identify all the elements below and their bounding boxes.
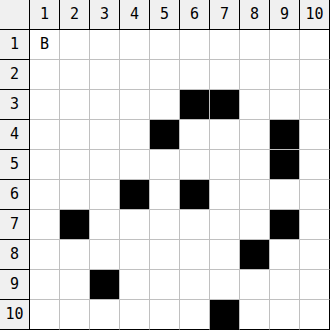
row-header-5: 5 (0, 150, 30, 180)
cell-r9c2[interactable] (60, 270, 90, 300)
cell-r3c9[interactable] (270, 90, 300, 120)
cell-r8c9[interactable] (270, 240, 300, 270)
cell-r7c7[interactable] (210, 210, 240, 240)
cell-r9c6[interactable] (180, 270, 210, 300)
cell-r8c2[interactable] (60, 240, 90, 270)
cell-r7c4[interactable] (120, 210, 150, 240)
cell-r2c4[interactable] (120, 60, 150, 90)
cell-r3c1[interactable] (30, 90, 60, 120)
cell-r6c2[interactable] (60, 180, 90, 210)
cell-r2c8[interactable] (240, 60, 270, 90)
cell-r2c9[interactable] (270, 60, 300, 90)
cell-r10c6[interactable] (180, 300, 210, 330)
cell-r5c4[interactable] (120, 150, 150, 180)
cell-r5c6[interactable] (180, 150, 210, 180)
cell-r3c5[interactable] (150, 90, 180, 120)
cell-r10c3[interactable] (90, 300, 120, 330)
cell-r6c8[interactable] (240, 180, 270, 210)
black-cell-r4c9[interactable] (270, 120, 300, 150)
black-cell-r10c7[interactable] (210, 300, 240, 330)
cell-r1c2[interactable] (60, 30, 90, 60)
cell-r4c3[interactable] (90, 120, 120, 150)
cell-r3c2[interactable] (60, 90, 90, 120)
col-header-1: 1 (30, 0, 60, 30)
cell-r2c2[interactable] (60, 60, 90, 90)
cell-r7c8[interactable] (240, 210, 270, 240)
row-header-10: 10 (0, 300, 30, 330)
cell-r5c1[interactable] (30, 150, 60, 180)
cell-r8c6[interactable] (180, 240, 210, 270)
black-cell-r9c3[interactable] (90, 270, 120, 300)
row-header-2: 2 (0, 60, 30, 90)
cell-r5c2[interactable] (60, 150, 90, 180)
marker-cell-r1c1[interactable]: B (30, 30, 60, 60)
cell-r8c10[interactable] (300, 240, 330, 270)
cell-r7c10[interactable] (300, 210, 330, 240)
cell-r6c9[interactable] (270, 180, 300, 210)
cell-r10c1[interactable] (30, 300, 60, 330)
cell-r7c1[interactable] (30, 210, 60, 240)
col-header-5: 5 (150, 0, 180, 30)
cell-r9c8[interactable] (240, 270, 270, 300)
black-cell-r7c9[interactable] (270, 210, 300, 240)
cell-r5c5[interactable] (150, 150, 180, 180)
row-header-8: 8 (0, 240, 30, 270)
cell-r2c3[interactable] (90, 60, 120, 90)
black-cell-r5c9[interactable] (270, 150, 300, 180)
row-header-4: 4 (0, 120, 30, 150)
cell-r9c10[interactable] (300, 270, 330, 300)
col-header-3: 3 (90, 0, 120, 30)
cell-r1c10[interactable] (300, 30, 330, 60)
cell-r2c7[interactable] (210, 60, 240, 90)
cell-r4c10[interactable] (300, 120, 330, 150)
col-header-6: 6 (180, 0, 210, 30)
col-header-9: 9 (270, 0, 300, 30)
cell-r2c5[interactable] (150, 60, 180, 90)
cell-r7c3[interactable] (90, 210, 120, 240)
black-cell-r6c6[interactable] (180, 180, 210, 210)
row-header-7: 7 (0, 210, 30, 240)
cell-r5c3[interactable] (90, 150, 120, 180)
cell-r1c6[interactable] (180, 30, 210, 60)
cell-r1c9[interactable] (270, 30, 300, 60)
cell-r1c7[interactable] (210, 30, 240, 60)
row-header-9: 9 (0, 270, 30, 300)
cell-r6c3[interactable] (90, 180, 120, 210)
cell-r8c3[interactable] (90, 240, 120, 270)
cell-r9c7[interactable] (210, 270, 240, 300)
row-header-3: 3 (0, 90, 30, 120)
cell-r6c5[interactable] (150, 180, 180, 210)
cell-r4c8[interactable] (240, 120, 270, 150)
row-header-6: 6 (0, 180, 30, 210)
black-cell-r3c6[interactable] (180, 90, 210, 120)
col-header-4: 4 (120, 0, 150, 30)
cell-r5c8[interactable] (240, 150, 270, 180)
puzzle-board: 123456789101B2345678910 (0, 0, 330, 330)
cell-r7c6[interactable] (180, 210, 210, 240)
cell-r9c9[interactable] (270, 270, 300, 300)
black-cell-r4c5[interactable] (150, 120, 180, 150)
cell-r10c10[interactable] (300, 300, 330, 330)
col-header-10: 10 (300, 0, 330, 30)
cell-r10c2[interactable] (60, 300, 90, 330)
cell-r10c8[interactable] (240, 300, 270, 330)
cell-r4c6[interactable] (180, 120, 210, 150)
cell-r6c10[interactable] (300, 180, 330, 210)
col-header-7: 7 (210, 0, 240, 30)
cell-r2c6[interactable] (180, 60, 210, 90)
black-cell-r8c8[interactable] (240, 240, 270, 270)
cell-r5c7[interactable] (210, 150, 240, 180)
cell-r1c4[interactable] (120, 30, 150, 60)
cell-r2c10[interactable] (300, 60, 330, 90)
cell-r6c7[interactable] (210, 180, 240, 210)
cell-r8c5[interactable] (150, 240, 180, 270)
cell-r9c4[interactable] (120, 270, 150, 300)
cell-r1c8[interactable] (240, 30, 270, 60)
corner-cell (0, 0, 30, 30)
cell-r4c2[interactable] (60, 120, 90, 150)
col-header-2: 2 (60, 0, 90, 30)
cell-r10c9[interactable] (270, 300, 300, 330)
cell-r2c1[interactable] (30, 60, 60, 90)
cell-r9c1[interactable] (30, 270, 60, 300)
cell-r1c3[interactable] (90, 30, 120, 60)
cell-r7c5[interactable] (150, 210, 180, 240)
cell-r5c10[interactable] (300, 150, 330, 180)
cell-r4c7[interactable] (210, 120, 240, 150)
cell-r3c10[interactable] (300, 90, 330, 120)
cell-r8c1[interactable] (30, 240, 60, 270)
black-cell-r6c4[interactable] (120, 180, 150, 210)
cell-r3c3[interactable] (90, 90, 120, 120)
cell-r3c8[interactable] (240, 90, 270, 120)
black-cell-r7c2[interactable] (60, 210, 90, 240)
row-header-1: 1 (0, 30, 30, 60)
col-header-8: 8 (240, 0, 270, 30)
black-cell-r3c7[interactable] (210, 90, 240, 120)
cell-r3c4[interactable] (120, 90, 150, 120)
cell-r9c5[interactable] (150, 270, 180, 300)
cell-r1c5[interactable] (150, 30, 180, 60)
cell-r8c7[interactable] (210, 240, 240, 270)
cell-r8c4[interactable] (120, 240, 150, 270)
cell-r4c1[interactable] (30, 120, 60, 150)
cell-r10c5[interactable] (150, 300, 180, 330)
cell-r6c1[interactable] (30, 180, 60, 210)
cell-r10c4[interactable] (120, 300, 150, 330)
cell-r4c4[interactable] (120, 120, 150, 150)
